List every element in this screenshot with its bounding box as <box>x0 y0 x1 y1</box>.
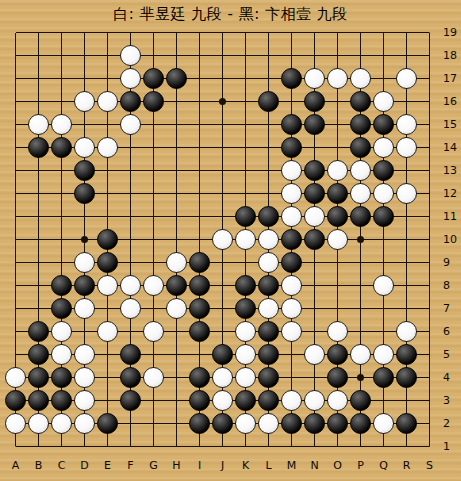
intersection[interactable] <box>303 21 326 44</box>
intersection[interactable] <box>349 228 372 251</box>
intersection[interactable] <box>395 205 418 228</box>
intersection[interactable] <box>165 389 188 412</box>
intersection[interactable] <box>142 21 165 44</box>
intersection[interactable] <box>119 274 142 297</box>
intersection[interactable] <box>280 21 303 44</box>
intersection[interactable] <box>326 274 349 297</box>
intersection[interactable] <box>280 136 303 159</box>
intersection[interactable] <box>280 435 303 458</box>
intersection[interactable] <box>234 412 257 435</box>
intersection[interactable] <box>326 228 349 251</box>
intersection[interactable] <box>326 90 349 113</box>
intersection[interactable] <box>303 113 326 136</box>
intersection[interactable] <box>165 90 188 113</box>
intersection[interactable] <box>303 435 326 458</box>
intersection[interactable] <box>165 366 188 389</box>
intersection[interactable] <box>349 205 372 228</box>
intersection[interactable] <box>165 159 188 182</box>
intersection[interactable] <box>234 228 257 251</box>
intersection[interactable] <box>188 366 211 389</box>
intersection[interactable] <box>50 44 73 67</box>
intersection[interactable] <box>188 44 211 67</box>
intersection[interactable] <box>280 205 303 228</box>
intersection[interactable] <box>326 205 349 228</box>
intersection[interactable] <box>119 343 142 366</box>
intersection[interactable] <box>303 274 326 297</box>
intersection[interactable] <box>326 21 349 44</box>
intersection[interactable] <box>326 435 349 458</box>
intersection[interactable] <box>303 159 326 182</box>
intersection[interactable] <box>50 297 73 320</box>
intersection[interactable] <box>96 136 119 159</box>
intersection[interactable] <box>119 320 142 343</box>
intersection[interactable] <box>372 136 395 159</box>
intersection[interactable] <box>395 274 418 297</box>
intersection[interactable] <box>50 412 73 435</box>
intersection[interactable] <box>96 366 119 389</box>
intersection[interactable] <box>211 67 234 90</box>
intersection[interactable] <box>303 366 326 389</box>
intersection[interactable] <box>96 182 119 205</box>
intersection[interactable] <box>326 412 349 435</box>
intersection[interactable] <box>303 205 326 228</box>
intersection[interactable] <box>326 366 349 389</box>
intersection[interactable] <box>234 182 257 205</box>
intersection[interactable] <box>280 44 303 67</box>
intersection[interactable] <box>349 67 372 90</box>
intersection[interactable] <box>119 90 142 113</box>
intersection[interactable] <box>165 412 188 435</box>
intersection[interactable] <box>119 159 142 182</box>
intersection[interactable] <box>349 412 372 435</box>
intersection[interactable] <box>27 228 50 251</box>
intersection[interactable] <box>119 44 142 67</box>
intersection[interactable] <box>372 435 395 458</box>
intersection[interactable] <box>4 44 27 67</box>
intersection[interactable] <box>372 182 395 205</box>
intersection[interactable] <box>257 435 280 458</box>
intersection[interactable] <box>326 297 349 320</box>
intersection[interactable] <box>142 366 165 389</box>
intersection[interactable] <box>96 113 119 136</box>
intersection[interactable] <box>303 251 326 274</box>
intersection[interactable] <box>165 205 188 228</box>
intersection[interactable] <box>96 205 119 228</box>
intersection[interactable] <box>349 251 372 274</box>
intersection[interactable] <box>142 113 165 136</box>
intersection[interactable] <box>119 251 142 274</box>
intersection[interactable] <box>142 159 165 182</box>
intersection[interactable] <box>257 320 280 343</box>
intersection[interactable] <box>372 366 395 389</box>
intersection[interactable] <box>303 182 326 205</box>
intersection[interactable] <box>257 274 280 297</box>
intersection[interactable] <box>280 343 303 366</box>
intersection[interactable] <box>349 435 372 458</box>
intersection[interactable] <box>280 67 303 90</box>
intersection[interactable] <box>418 412 441 435</box>
intersection[interactable] <box>234 67 257 90</box>
intersection[interactable] <box>73 251 96 274</box>
intersection[interactable] <box>188 228 211 251</box>
intersection[interactable] <box>27 90 50 113</box>
intersection[interactable] <box>280 320 303 343</box>
intersection[interactable] <box>73 320 96 343</box>
intersection[interactable] <box>50 205 73 228</box>
intersection[interactable] <box>326 67 349 90</box>
intersection[interactable] <box>73 205 96 228</box>
intersection[interactable] <box>418 67 441 90</box>
intersection[interactable] <box>257 21 280 44</box>
intersection[interactable] <box>303 44 326 67</box>
intersection[interactable] <box>4 67 27 90</box>
intersection[interactable] <box>395 67 418 90</box>
intersection[interactable] <box>349 343 372 366</box>
intersection[interactable] <box>349 21 372 44</box>
intersection[interactable] <box>73 274 96 297</box>
intersection[interactable] <box>211 320 234 343</box>
intersection[interactable] <box>418 274 441 297</box>
intersection[interactable] <box>188 90 211 113</box>
intersection[interactable] <box>326 389 349 412</box>
intersection[interactable] <box>349 320 372 343</box>
intersection[interactable] <box>349 389 372 412</box>
intersection[interactable] <box>119 297 142 320</box>
intersection[interactable] <box>211 343 234 366</box>
intersection[interactable] <box>349 274 372 297</box>
intersection[interactable] <box>96 90 119 113</box>
intersection[interactable] <box>349 159 372 182</box>
intersection[interactable] <box>280 389 303 412</box>
intersection[interactable] <box>395 343 418 366</box>
intersection[interactable] <box>165 343 188 366</box>
intersection[interactable] <box>119 136 142 159</box>
intersection[interactable] <box>50 435 73 458</box>
intersection[interactable] <box>165 136 188 159</box>
intersection[interactable] <box>280 113 303 136</box>
intersection[interactable] <box>211 205 234 228</box>
intersection[interactable] <box>4 389 27 412</box>
intersection[interactable] <box>165 320 188 343</box>
intersection[interactable] <box>50 366 73 389</box>
intersection[interactable] <box>50 343 73 366</box>
intersection[interactable] <box>165 67 188 90</box>
intersection[interactable] <box>73 297 96 320</box>
intersection[interactable] <box>211 182 234 205</box>
intersection[interactable] <box>142 90 165 113</box>
intersection[interactable] <box>303 412 326 435</box>
intersection[interactable] <box>372 274 395 297</box>
intersection[interactable] <box>418 44 441 67</box>
intersection[interactable] <box>50 389 73 412</box>
intersection[interactable] <box>142 412 165 435</box>
intersection[interactable] <box>257 113 280 136</box>
intersection[interactable] <box>418 435 441 458</box>
intersection[interactable] <box>257 366 280 389</box>
intersection[interactable] <box>27 366 50 389</box>
intersection[interactable] <box>280 297 303 320</box>
intersection[interactable] <box>50 136 73 159</box>
intersection[interactable] <box>165 297 188 320</box>
intersection[interactable] <box>418 90 441 113</box>
intersection[interactable] <box>257 90 280 113</box>
intersection[interactable] <box>142 320 165 343</box>
intersection[interactable] <box>27 67 50 90</box>
intersection[interactable] <box>395 251 418 274</box>
intersection[interactable] <box>234 90 257 113</box>
intersection[interactable] <box>27 205 50 228</box>
intersection[interactable] <box>96 412 119 435</box>
intersection[interactable] <box>96 389 119 412</box>
intersection[interactable] <box>234 343 257 366</box>
intersection[interactable] <box>165 435 188 458</box>
intersection[interactable] <box>418 21 441 44</box>
intersection[interactable] <box>395 320 418 343</box>
intersection[interactable] <box>27 297 50 320</box>
intersection[interactable] <box>142 182 165 205</box>
intersection[interactable] <box>303 343 326 366</box>
intersection[interactable] <box>4 90 27 113</box>
intersection[interactable] <box>73 182 96 205</box>
intersection[interactable] <box>211 90 234 113</box>
intersection[interactable] <box>257 343 280 366</box>
intersection[interactable] <box>96 67 119 90</box>
intersection[interactable] <box>165 21 188 44</box>
intersection[interactable] <box>418 205 441 228</box>
intersection[interactable] <box>418 228 441 251</box>
intersection[interactable] <box>234 113 257 136</box>
intersection[interactable] <box>257 251 280 274</box>
intersection[interactable] <box>303 136 326 159</box>
intersection[interactable] <box>418 343 441 366</box>
intersection[interactable] <box>96 435 119 458</box>
intersection[interactable] <box>73 366 96 389</box>
intersection[interactable] <box>188 274 211 297</box>
intersection[interactable] <box>27 159 50 182</box>
intersection[interactable] <box>395 182 418 205</box>
intersection[interactable] <box>257 136 280 159</box>
intersection[interactable] <box>50 113 73 136</box>
intersection[interactable] <box>4 182 27 205</box>
intersection[interactable] <box>234 320 257 343</box>
intersection[interactable] <box>257 44 280 67</box>
intersection[interactable] <box>119 182 142 205</box>
intersection[interactable] <box>188 320 211 343</box>
intersection[interactable] <box>211 228 234 251</box>
intersection[interactable] <box>280 274 303 297</box>
intersection[interactable] <box>27 21 50 44</box>
intersection[interactable] <box>188 435 211 458</box>
intersection[interactable] <box>50 90 73 113</box>
intersection[interactable] <box>142 228 165 251</box>
intersection[interactable] <box>372 343 395 366</box>
intersection[interactable] <box>142 67 165 90</box>
intersection[interactable] <box>142 435 165 458</box>
intersection[interactable] <box>119 228 142 251</box>
intersection[interactable] <box>142 251 165 274</box>
intersection[interactable] <box>303 90 326 113</box>
intersection[interactable] <box>326 113 349 136</box>
intersection[interactable] <box>119 67 142 90</box>
intersection[interactable] <box>142 274 165 297</box>
intersection[interactable] <box>188 159 211 182</box>
intersection[interactable] <box>211 159 234 182</box>
intersection[interactable] <box>165 182 188 205</box>
intersection[interactable] <box>234 251 257 274</box>
intersection[interactable] <box>211 113 234 136</box>
intersection[interactable] <box>27 136 50 159</box>
intersection[interactable] <box>27 113 50 136</box>
intersection[interactable] <box>4 366 27 389</box>
intersection[interactable] <box>188 343 211 366</box>
intersection[interactable] <box>418 113 441 136</box>
intersection[interactable] <box>280 412 303 435</box>
intersection[interactable] <box>326 182 349 205</box>
intersection[interactable] <box>372 44 395 67</box>
intersection[interactable] <box>372 297 395 320</box>
intersection[interactable] <box>395 366 418 389</box>
intersection[interactable] <box>27 251 50 274</box>
intersection[interactable] <box>73 21 96 44</box>
intersection[interactable] <box>372 251 395 274</box>
intersection[interactable] <box>418 182 441 205</box>
intersection[interactable] <box>142 389 165 412</box>
intersection[interactable] <box>372 113 395 136</box>
intersection[interactable] <box>257 228 280 251</box>
intersection[interactable] <box>418 389 441 412</box>
intersection[interactable] <box>96 159 119 182</box>
intersection[interactable] <box>395 21 418 44</box>
intersection[interactable] <box>395 389 418 412</box>
intersection[interactable] <box>326 343 349 366</box>
intersection[interactable] <box>372 228 395 251</box>
intersection[interactable] <box>73 67 96 90</box>
intersection[interactable] <box>142 205 165 228</box>
intersection[interactable] <box>257 389 280 412</box>
intersection[interactable] <box>211 44 234 67</box>
intersection[interactable] <box>50 159 73 182</box>
intersection[interactable] <box>96 320 119 343</box>
intersection[interactable] <box>418 251 441 274</box>
intersection[interactable] <box>27 274 50 297</box>
intersection[interactable] <box>188 136 211 159</box>
intersection[interactable] <box>73 343 96 366</box>
intersection[interactable] <box>4 412 27 435</box>
intersection[interactable] <box>395 412 418 435</box>
intersection[interactable] <box>280 182 303 205</box>
intersection[interactable] <box>50 67 73 90</box>
intersection[interactable] <box>349 297 372 320</box>
intersection[interactable] <box>73 389 96 412</box>
intersection[interactable] <box>142 297 165 320</box>
intersection[interactable] <box>50 320 73 343</box>
intersection[interactable] <box>27 412 50 435</box>
intersection[interactable] <box>211 136 234 159</box>
intersection[interactable] <box>349 366 372 389</box>
intersection[interactable] <box>418 366 441 389</box>
intersection[interactable] <box>188 21 211 44</box>
intersection[interactable] <box>4 320 27 343</box>
intersection[interactable] <box>4 21 27 44</box>
intersection[interactable] <box>4 435 27 458</box>
intersection[interactable] <box>96 44 119 67</box>
intersection[interactable] <box>165 274 188 297</box>
intersection[interactable] <box>395 228 418 251</box>
intersection[interactable] <box>73 228 96 251</box>
intersection[interactable] <box>165 113 188 136</box>
intersection[interactable] <box>73 412 96 435</box>
intersection[interactable] <box>280 90 303 113</box>
intersection[interactable] <box>211 435 234 458</box>
intersection[interactable] <box>188 113 211 136</box>
intersection[interactable] <box>211 412 234 435</box>
intersection[interactable] <box>303 320 326 343</box>
intersection[interactable] <box>280 228 303 251</box>
intersection[interactable] <box>50 21 73 44</box>
intersection[interactable] <box>4 274 27 297</box>
intersection[interactable] <box>165 251 188 274</box>
intersection[interactable] <box>211 366 234 389</box>
intersection[interactable] <box>142 343 165 366</box>
intersection[interactable] <box>280 366 303 389</box>
intersection[interactable] <box>372 21 395 44</box>
intersection[interactable] <box>234 366 257 389</box>
intersection[interactable] <box>395 435 418 458</box>
intersection[interactable] <box>188 251 211 274</box>
intersection[interactable] <box>326 159 349 182</box>
intersection[interactable] <box>4 136 27 159</box>
intersection[interactable] <box>4 113 27 136</box>
intersection[interactable] <box>303 67 326 90</box>
intersection[interactable] <box>4 343 27 366</box>
intersection[interactable] <box>73 136 96 159</box>
intersection[interactable] <box>372 412 395 435</box>
intersection[interactable] <box>303 228 326 251</box>
intersection[interactable] <box>372 320 395 343</box>
intersection[interactable] <box>257 205 280 228</box>
intersection[interactable] <box>96 21 119 44</box>
intersection[interactable] <box>73 44 96 67</box>
intersection[interactable] <box>188 412 211 435</box>
intersection[interactable] <box>73 113 96 136</box>
intersection[interactable] <box>326 251 349 274</box>
intersection[interactable] <box>211 21 234 44</box>
intersection[interactable] <box>280 159 303 182</box>
intersection[interactable] <box>50 274 73 297</box>
intersection[interactable] <box>96 251 119 274</box>
intersection[interactable] <box>234 297 257 320</box>
intersection[interactable] <box>257 297 280 320</box>
intersection[interactable] <box>119 412 142 435</box>
intersection[interactable] <box>119 366 142 389</box>
intersection[interactable] <box>395 113 418 136</box>
intersection[interactable] <box>257 159 280 182</box>
intersection[interactable] <box>50 228 73 251</box>
intersection[interactable] <box>395 159 418 182</box>
intersection[interactable] <box>257 182 280 205</box>
intersection[interactable] <box>349 113 372 136</box>
intersection[interactable] <box>188 297 211 320</box>
intersection[interactable] <box>4 159 27 182</box>
intersection[interactable] <box>4 251 27 274</box>
intersection[interactable] <box>234 44 257 67</box>
intersection[interactable] <box>119 389 142 412</box>
intersection[interactable] <box>326 320 349 343</box>
intersection[interactable] <box>73 435 96 458</box>
intersection[interactable] <box>303 389 326 412</box>
intersection[interactable] <box>96 343 119 366</box>
intersection[interactable] <box>165 228 188 251</box>
